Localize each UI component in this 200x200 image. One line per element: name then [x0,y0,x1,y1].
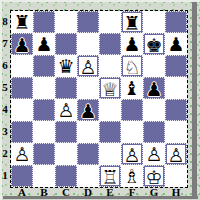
square-h5[interactable] [165,77,187,99]
black-pawn[interactable]: ♟ [144,78,164,98]
square-f3[interactable] [121,121,143,143]
square-c2[interactable] [55,143,77,165]
square-h1[interactable] [165,165,187,187]
black-bishop[interactable]: ♝ [121,77,143,99]
rank-labels: 87654321 [0,10,10,186]
square-g4[interactable] [143,99,165,121]
square-h2[interactable]: ♙ [165,143,187,165]
square-f6[interactable]: ♘ [121,55,143,77]
square-e1[interactable]: ♖ [99,165,121,187]
rank-label-1: 1 [0,164,10,186]
white-king[interactable]: ♔ [144,166,164,186]
square-d5[interactable] [77,77,99,99]
square-c7[interactable] [55,33,77,55]
black-pawn[interactable]: ♟ [12,34,32,54]
square-h8[interactable] [165,11,187,33]
white-pawn[interactable]: ♙ [122,144,142,164]
black-rook[interactable]: ♜ [122,12,142,32]
square-f4[interactable] [121,99,143,121]
square-c1[interactable] [55,165,77,187]
square-b5[interactable] [33,77,55,99]
square-d7[interactable] [77,33,99,55]
square-c3[interactable] [55,121,77,143]
white-pawn[interactable]: ♙ [166,144,186,164]
square-e3[interactable] [99,121,121,143]
rank-label-3: 3 [0,120,10,142]
square-b1[interactable] [33,165,55,187]
rank-label-8: 8 [0,10,10,32]
square-g2[interactable]: ♙ [143,143,165,165]
chess-board: ♜♜♟♟♟♚♟♛♙♘♕♝♟♙♟♙♙♙♙♖♗♔ [10,10,188,188]
rank-label-4: 4 [0,98,10,120]
square-g6[interactable] [143,55,165,77]
rank-label-6: 6 [0,54,10,76]
square-a2[interactable]: ♙ [11,143,33,165]
window-shadow-right [192,2,197,196]
square-b4[interactable] [33,99,55,121]
square-c4[interactable]: ♙ [55,99,77,121]
square-h6[interactable] [165,55,187,77]
square-g5[interactable]: ♟ [143,77,165,99]
square-a8[interactable]: ♜ [11,11,33,33]
white-pawn[interactable]: ♙ [11,143,33,165]
square-h4[interactable] [165,99,187,121]
rank-label-2: 2 [0,142,10,164]
chess-app-window: 87654321 ABCDEFGH ♜♜♟♟♟♚♟♛♙♘♕♝♟♙♟♙♙♙♙♖♗♔ [0,0,200,200]
square-a1[interactable] [11,165,33,187]
square-b6[interactable] [33,55,55,77]
square-b7[interactable]: ♟ [33,33,55,55]
square-d2[interactable] [77,143,99,165]
square-e7[interactable] [99,33,121,55]
black-pawn[interactable]: ♟ [78,100,98,120]
square-f8[interactable]: ♜ [121,11,143,33]
black-pawn[interactable]: ♟ [121,33,143,55]
square-d4[interactable]: ♟ [77,99,99,121]
square-c8[interactable] [55,11,77,33]
white-queen[interactable]: ♕ [100,78,120,98]
black-rook[interactable]: ♜ [11,11,33,33]
white-rook[interactable]: ♖ [100,166,120,186]
square-f2[interactable]: ♙ [121,143,143,165]
square-b2[interactable] [33,143,55,165]
rank-label-5: 5 [0,76,10,98]
white-bishop[interactable]: ♗ [121,165,143,187]
rank-label-7: 7 [0,32,10,54]
square-a5[interactable] [11,77,33,99]
square-f5[interactable]: ♝ [121,77,143,99]
square-a7[interactable]: ♟ [11,33,33,55]
square-d8[interactable] [77,11,99,33]
window-shadow-bottom [3,196,198,199]
white-pawn[interactable]: ♙ [55,99,77,121]
square-g7[interactable]: ♚ [143,33,165,55]
square-e5[interactable]: ♕ [99,77,121,99]
square-d1[interactable] [77,165,99,187]
square-a3[interactable] [11,121,33,143]
square-h3[interactable] [165,121,187,143]
square-f7[interactable]: ♟ [121,33,143,55]
square-d3[interactable] [77,121,99,143]
white-pawn[interactable]: ♙ [78,56,98,76]
square-b3[interactable] [33,121,55,143]
black-pawn[interactable]: ♟ [165,33,187,55]
square-e6[interactable] [99,55,121,77]
square-a4[interactable] [11,99,33,121]
square-g1[interactable]: ♔ [143,165,165,187]
square-e4[interactable] [99,99,121,121]
black-pawn[interactable]: ♟ [33,33,55,55]
square-c5[interactable] [55,77,77,99]
square-c6[interactable]: ♛ [55,55,77,77]
square-h7[interactable]: ♟ [165,33,187,55]
square-e8[interactable] [99,11,121,33]
square-b8[interactable] [33,11,55,33]
square-a6[interactable] [11,55,33,77]
square-d6[interactable]: ♙ [77,55,99,77]
square-g8[interactable] [143,11,165,33]
square-f1[interactable]: ♗ [121,165,143,187]
black-king[interactable]: ♚ [144,34,164,54]
square-e2[interactable] [99,143,121,165]
white-knight[interactable]: ♘ [122,56,142,76]
black-queen[interactable]: ♛ [55,55,77,77]
white-pawn[interactable]: ♙ [143,143,165,165]
square-g3[interactable] [143,121,165,143]
